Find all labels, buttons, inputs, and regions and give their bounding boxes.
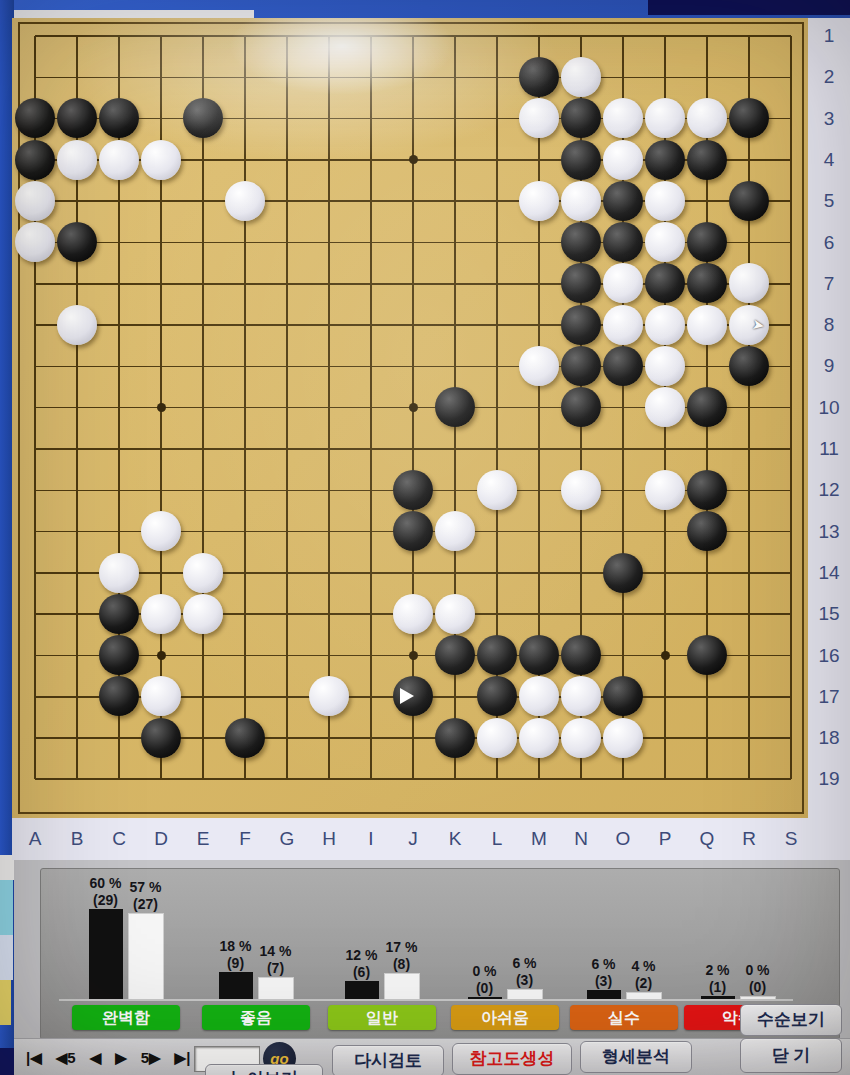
column-label: S [785,828,798,850]
stone-white [603,305,643,345]
stone-white [519,181,559,221]
stone-black [687,140,727,180]
stone-white [645,222,685,262]
stone-black [477,676,517,716]
stone-black [561,98,601,138]
stone-black [561,222,601,262]
stone-black [603,181,643,221]
column-label: G [280,828,295,850]
stone-black [183,98,223,138]
stone-white [393,594,433,634]
stone-black [603,222,643,262]
background-window-fragment [0,935,13,980]
quality-label-button[interactable]: 좋음 [202,1005,310,1030]
stone-black [561,346,601,386]
forward-5-button[interactable]: 5▶ [141,1049,161,1067]
white-bar: 17 % (8) [384,939,420,1000]
stone-black [687,511,727,551]
stone-white [15,222,55,262]
stone-white [687,98,727,138]
column-label: H [322,828,336,850]
black-bar: 2 % (1) [701,962,735,999]
stone-black [435,387,475,427]
white-bar: 57 % (27) [128,879,164,1000]
white-bar: 6 % (3) [507,955,543,999]
stone-black [561,635,601,675]
row-label: 17 [818,686,839,708]
row-label: 12 [818,479,839,501]
stone-black [645,263,685,303]
white-bar: 0 % (0) [740,962,776,999]
row-label: 6 [824,232,835,254]
quality-bar-chart: 60 % (29) 57 % (27) 완벽함 18 % (9) 14 % (7… [59,877,793,1030]
stone-white [603,140,643,180]
stone-white [645,346,685,386]
background-window-fragment [0,980,11,1025]
column-label: D [154,828,168,850]
stone-white [435,511,475,551]
stone-black [393,511,433,551]
stone-black [603,346,643,386]
stone-white [645,387,685,427]
row-label: 11 [819,438,839,460]
move-quality-panel: 60 % (29) 57 % (27) 완벽함 18 % (9) 14 % (7… [40,868,840,1040]
row-label: 10 [818,397,839,419]
stone-black [729,98,769,138]
white-bar: 4 % (2) [626,958,662,999]
stone-black [99,98,139,138]
tab-try-moves[interactable]: 놓아보기 [205,1064,323,1075]
stone-white [183,594,223,634]
stone-white [519,346,559,386]
stone-black [687,263,727,303]
row-label: 15 [818,603,839,625]
stone-white [57,140,97,180]
stone-white [477,470,517,510]
stone-black [15,98,55,138]
stone-black [729,181,769,221]
row-label: 4 [824,149,835,171]
quality-label-button[interactable]: 실수 [570,1005,678,1030]
first-move-button[interactable]: |◀ [26,1049,42,1067]
stone-white [645,305,685,345]
column-label: A [29,828,42,850]
stone-white [561,470,601,510]
stone-white [309,676,349,716]
stone-black [519,57,559,97]
mouse-cursor-icon: ➤ [751,315,767,335]
row-label: 1 [824,25,835,47]
stone-white [729,263,769,303]
column-label: Q [700,828,715,850]
stone-white [57,305,97,345]
row-label: 18 [818,727,839,749]
row-label: 5 [824,190,835,212]
back-button[interactable]: ◀ [90,1049,102,1067]
stone-white [561,57,601,97]
stones-layer [14,15,812,800]
stone-white [561,676,601,716]
row-label: 7 [824,273,835,295]
column-label: M [531,828,547,850]
row-label: 13 [818,521,839,543]
view-move-order-button[interactable]: 수순보기 [740,1004,842,1036]
stone-black [687,470,727,510]
stone-black [57,222,97,262]
stone-black [99,635,139,675]
close-button[interactable]: 닫 기 [740,1038,842,1073]
stone-black [99,676,139,716]
column-label: P [659,828,672,850]
column-label: B [71,828,84,850]
black-bar: 6 % (3) [587,956,621,999]
stone-black [99,594,139,634]
stone-white [99,140,139,180]
row-label: 3 [824,108,835,130]
stone-black [435,635,475,675]
row-label: 8 [824,314,835,336]
column-label: C [112,828,126,850]
stone-black [57,98,97,138]
column-coordinates-strip [12,818,850,860]
column-label: N [574,828,588,850]
go-board[interactable] [12,18,808,818]
stone-white [603,263,643,303]
column-label: O [616,828,631,850]
stone-white [99,553,139,593]
quality-label-button[interactable]: 완벽함 [72,1005,180,1030]
white-bar: 14 % (7) [258,943,294,999]
title-bar-dark-segment [648,0,850,15]
forward-button[interactable]: ▶ [115,1049,127,1067]
stone-white [645,181,685,221]
column-label: I [368,828,373,850]
black-bar: 12 % (6) [345,947,379,999]
row-label: 9 [824,355,835,377]
navigation-controls: |◀ ◀5 ◀ ▶ 5▶ ▶| [26,1049,190,1067]
tab-generate-reference[interactable]: 참고도생성 [452,1043,572,1075]
stone-white [141,140,181,180]
stone-black [687,635,727,675]
column-label: K [449,828,462,850]
stone-white [603,718,643,758]
stone-black [603,676,643,716]
stone-white [141,676,181,716]
row-label: 16 [818,645,839,667]
stone-black [561,305,601,345]
stone-black [225,718,265,758]
stone-black [141,718,181,758]
black-bar: 0 % (0) [468,963,502,999]
quality-group-1: 60 % (29) 57 % (27) 완벽함 [59,877,193,1030]
black-bar: 60 % (29) [89,875,123,999]
quality-group-5: 6 % (3) 4 % (2) 실수 [565,877,683,1030]
background-window-fragment [0,880,13,935]
stone-white [15,181,55,221]
stone-black [15,140,55,180]
stone-white [519,718,559,758]
row-label: 2 [824,66,835,88]
stone-white [183,553,223,593]
stone-black [393,676,433,716]
stone-black [477,635,517,675]
back-5-button[interactable]: ◀5 [56,1049,76,1067]
stone-white [645,470,685,510]
stone-black [687,222,727,262]
stone-black [561,140,601,180]
row-label: 19 [818,768,839,790]
stone-white [687,305,727,345]
quality-group-3: 12 % (6) 17 % (8) 일반 [319,877,445,1030]
stone-black [687,387,727,427]
stone-white [561,181,601,221]
column-label: E [197,828,210,850]
stone-black [519,635,559,675]
stone-white [477,718,517,758]
stone-black [603,553,643,593]
stone-white [141,511,181,551]
stone-black [645,140,685,180]
stone-white [225,181,265,221]
column-label: L [492,828,503,850]
stone-white [141,594,181,634]
stone-white [519,676,559,716]
stone-black [435,718,475,758]
tab-review-again[interactable]: 다시검토 [332,1045,444,1075]
stone-white [645,98,685,138]
quality-label-button[interactable]: 일반 [328,1005,436,1030]
last-move-marker [400,688,414,704]
column-label: F [239,828,251,850]
column-label: R [742,828,756,850]
tab-position-analysis[interactable]: 형세분석 [580,1041,692,1073]
quality-group-2: 18 % (9) 14 % (7) 좋음 [193,877,319,1030]
row-label: 14 [818,562,839,584]
quality-label-button[interactable]: 아쉬움 [451,1005,559,1030]
stone-white [561,718,601,758]
column-label: J [408,828,418,850]
stone-black [561,263,601,303]
app-window: ➤ 60 % (29) 57 % (27) 완벽함 18 % (9) 14 % … [0,0,850,1075]
stone-white [603,98,643,138]
stone-white [519,98,559,138]
black-bar: 18 % (9) [219,938,253,999]
stone-black [729,346,769,386]
quality-group-4: 0 % (0) 6 % (3) 아쉬움 [445,877,565,1030]
stone-black [393,470,433,510]
stone-white [435,594,475,634]
last-move-button[interactable]: ▶| [175,1049,191,1067]
stone-black [561,387,601,427]
